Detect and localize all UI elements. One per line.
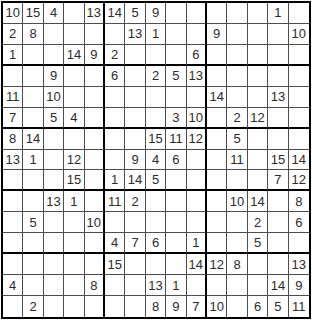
cell-r9c4[interactable]: 15 [64,170,84,191]
cell-r7c14[interactable] [268,129,288,150]
cell-r14c7[interactable] [125,275,145,296]
cell-r9c12[interactable] [227,170,247,191]
cell-r3c11[interactable] [207,45,227,66]
cell-r5c9[interactable] [166,87,186,108]
cell-r13c13[interactable] [248,254,268,275]
cell-r8c6[interactable] [105,150,125,171]
cell-r10c11[interactable] [207,191,227,212]
cell-r10c10[interactable] [187,191,207,212]
cell-r5c1[interactable]: 11 [3,87,23,108]
cell-r4c6[interactable]: 6 [105,66,125,87]
cell-r10c4[interactable]: 1 [64,191,84,212]
cell-r9c14[interactable]: 7 [268,170,288,191]
cell-r12c6[interactable]: 4 [105,233,125,254]
cell-r10c15[interactable]: 8 [289,191,309,212]
cell-r9c2[interactable] [23,170,43,191]
cell-r4c9[interactable]: 5 [166,66,186,87]
cell-r6c11[interactable] [207,108,227,129]
cell-r12c4[interactable] [64,233,84,254]
cell-r10c12[interactable]: 10 [227,191,247,212]
cell-r11c12[interactable] [227,212,247,233]
cell-r10c5[interactable] [85,191,105,212]
cell-r8c7[interactable]: 9 [125,150,145,171]
cell-r14c3[interactable] [44,275,64,296]
cell-r13c2[interactable] [23,254,43,275]
cell-r3c15[interactable] [289,45,309,66]
cell-r15c6[interactable] [105,296,125,317]
cell-r10c2[interactable] [23,191,43,212]
cell-r14c12[interactable] [227,275,247,296]
cell-r6c3[interactable]: 5 [44,108,64,129]
cell-r5c8[interactable] [146,87,166,108]
cell-r8c11[interactable] [207,150,227,171]
cell-r15c9[interactable]: 9 [166,296,186,317]
cell-r14c8[interactable]: 13 [146,275,166,296]
cell-r13c6[interactable]: 15 [105,254,125,275]
cell-r1c13[interactable] [248,3,268,24]
cell-r2c9[interactable] [166,24,186,45]
cell-r6c1[interactable]: 7 [3,108,23,129]
cell-r2c8[interactable]: 1 [146,24,166,45]
cell-r8c4[interactable]: 12 [64,150,84,171]
cell-r10c13[interactable]: 14 [248,191,268,212]
cell-r2c2[interactable]: 8 [23,24,43,45]
cell-r6c12[interactable]: 2 [227,108,247,129]
cell-r9c11[interactable] [207,170,227,191]
cell-r2c14[interactable] [268,24,288,45]
cell-r1c3[interactable]: 4 [44,3,64,24]
cell-r12c9[interactable] [166,233,186,254]
cell-r6c8[interactable] [146,108,166,129]
cell-r14c13[interactable] [248,275,268,296]
cell-r7c5[interactable] [85,129,105,150]
cell-r7c8[interactable]: 15 [146,129,166,150]
cell-r2c7[interactable]: 13 [125,24,145,45]
cell-r11c1[interactable] [3,212,23,233]
cell-r1c14[interactable]: 1 [268,3,288,24]
cell-r7c10[interactable]: 12 [187,129,207,150]
cell-r2c3[interactable] [44,24,64,45]
cell-r8c5[interactable] [85,150,105,171]
cell-r5c13[interactable] [248,87,268,108]
cell-r15c5[interactable] [85,296,105,317]
cell-r13c8[interactable] [146,254,166,275]
cell-r9c6[interactable]: 1 [105,170,125,191]
cell-r3c14[interactable] [268,45,288,66]
cell-r4c1[interactable] [3,66,23,87]
cell-r2c15[interactable]: 10 [289,24,309,45]
cell-r6c10[interactable]: 10 [187,108,207,129]
cell-r11c10[interactable] [187,212,207,233]
cell-r5c2[interactable] [23,87,43,108]
cell-r4c12[interactable] [227,66,247,87]
cell-r12c14[interactable] [268,233,288,254]
cell-r7c15[interactable] [289,129,309,150]
cell-r9c15[interactable]: 12 [289,170,309,191]
cell-r8c8[interactable]: 4 [146,150,166,171]
cell-r5c4[interactable] [64,87,84,108]
cell-r6c2[interactable] [23,108,43,129]
cell-r5c3[interactable]: 10 [44,87,64,108]
cell-r6c9[interactable]: 3 [166,108,186,129]
cell-r11c11[interactable] [207,212,227,233]
cell-r11c14[interactable] [268,212,288,233]
cell-r5c6[interactable] [105,87,125,108]
cell-r11c13[interactable]: 2 [248,212,268,233]
cell-r4c10[interactable]: 13 [187,66,207,87]
sudoku-board: 1015413145912813191011492696251311101413… [1,1,311,319]
cell-r11c7[interactable] [125,212,145,233]
cell-r12c13[interactable]: 5 [248,233,268,254]
cell-r14c15[interactable]: 9 [289,275,309,296]
cell-r12c12[interactable] [227,233,247,254]
cell-r15c12[interactable] [227,296,247,317]
cell-r3c6[interactable]: 2 [105,45,125,66]
cell-r4c3[interactable]: 9 [44,66,64,87]
cell-r6c6[interactable] [105,108,125,129]
cell-r15c4[interactable] [64,296,84,317]
cell-r5c7[interactable] [125,87,145,108]
cell-r5c14[interactable]: 13 [268,87,288,108]
cell-r15c1[interactable] [3,296,23,317]
cell-r12c2[interactable] [23,233,43,254]
cell-r1c10[interactable] [187,3,207,24]
cell-r11c5[interactable]: 10 [85,212,105,233]
cell-r8c13[interactable] [248,150,268,171]
cell-r1c1[interactable]: 10 [3,3,23,24]
cell-r4c13[interactable] [248,66,268,87]
cell-r2c1[interactable]: 2 [3,24,23,45]
cell-r9c10[interactable] [187,170,207,191]
cell-r14c5[interactable]: 8 [85,275,105,296]
cell-r2c6[interactable] [105,24,125,45]
cell-r1c7[interactable]: 5 [125,3,145,24]
cell-r4c5[interactable] [85,66,105,87]
cell-r4c2[interactable] [23,66,43,87]
cell-r6c13[interactable]: 12 [248,108,268,129]
cell-r2c10[interactable] [187,24,207,45]
cell-r1c5[interactable]: 13 [85,3,105,24]
cell-r8c12[interactable]: 11 [227,150,247,171]
cell-r3c5[interactable]: 9 [85,45,105,66]
cell-r12c11[interactable] [207,233,227,254]
cell-r3c9[interactable] [166,45,186,66]
cell-r15c15[interactable]: 11 [289,296,309,317]
cell-r7c2[interactable]: 14 [23,129,43,150]
cell-r11c8[interactable] [146,212,166,233]
cell-r11c6[interactable] [105,212,125,233]
sudoku-page: 1015413145912813191011492696251311101413… [0,0,312,320]
cell-r10c7[interactable]: 2 [125,191,145,212]
cell-r9c1[interactable] [3,170,23,191]
cell-r6c15[interactable] [289,108,309,129]
cell-r7c13[interactable] [248,129,268,150]
cell-r9c7[interactable]: 14 [125,170,145,191]
cell-r6c7[interactable] [125,108,145,129]
cell-r13c7[interactable] [125,254,145,275]
cell-r4c14[interactable] [268,66,288,87]
cell-r2c11[interactable]: 9 [207,24,227,45]
cell-r13c15[interactable]: 13 [289,254,309,275]
cell-r9c9[interactable] [166,170,186,191]
cell-r11c3[interactable] [44,212,64,233]
cell-r4c8[interactable]: 2 [146,66,166,87]
cell-r7c1[interactable]: 8 [3,129,23,150]
cell-r4c4[interactable] [64,66,84,87]
cell-r11c15[interactable]: 6 [289,212,309,233]
cell-r5c15[interactable] [289,87,309,108]
cell-r13c1[interactable] [3,254,23,275]
cell-r3c1[interactable]: 1 [3,45,23,66]
cell-r11c9[interactable] [166,212,186,233]
cell-r11c4[interactable] [64,212,84,233]
cell-r14c1[interactable]: 4 [3,275,23,296]
cell-r7c11[interactable] [207,129,227,150]
cell-r12c7[interactable]: 7 [125,233,145,254]
cell-r1c15[interactable] [289,3,309,24]
cell-r15c13[interactable]: 6 [248,296,268,317]
cell-r7c9[interactable]: 11 [166,129,186,150]
cell-r1c6[interactable]: 14 [105,3,125,24]
cell-r6c5[interactable] [85,108,105,129]
cell-r7c4[interactable] [64,129,84,150]
cell-r13c5[interactable] [85,254,105,275]
cell-r2c13[interactable] [248,24,268,45]
cell-r3c13[interactable] [248,45,268,66]
cell-r5c10[interactable] [187,87,207,108]
cell-r8c3[interactable] [44,150,64,171]
cell-r13c11[interactable]: 12 [207,254,227,275]
cell-r14c6[interactable] [105,275,125,296]
cell-r13c3[interactable] [44,254,64,275]
cell-r11c2[interactable]: 5 [23,212,43,233]
cell-r6c14[interactable] [268,108,288,129]
cell-r12c5[interactable] [85,233,105,254]
cell-r13c4[interactable] [64,254,84,275]
cell-r15c8[interactable]: 8 [146,296,166,317]
cell-r14c10[interactable] [187,275,207,296]
cell-r3c12[interactable] [227,45,247,66]
cell-r10c9[interactable] [166,191,186,212]
cell-r4c7[interactable] [125,66,145,87]
cell-r7c6[interactable] [105,129,125,150]
cell-r3c2[interactable] [23,45,43,66]
cell-r9c8[interactable]: 5 [146,170,166,191]
cell-r8c9[interactable]: 6 [166,150,186,171]
cell-r3c7[interactable] [125,45,145,66]
cell-r10c6[interactable]: 11 [105,191,125,212]
cell-r8c15[interactable]: 14 [289,150,309,171]
cell-r14c14[interactable]: 14 [268,275,288,296]
cell-r13c14[interactable] [268,254,288,275]
cell-r3c4[interactable]: 14 [64,45,84,66]
cell-r15c11[interactable]: 10 [207,296,227,317]
cell-r1c8[interactable]: 9 [146,3,166,24]
cell-r4c11[interactable] [207,66,227,87]
cell-r12c3[interactable] [44,233,64,254]
cell-r15c10[interactable]: 7 [187,296,207,317]
cell-r15c3[interactable] [44,296,64,317]
cell-r14c11[interactable] [207,275,227,296]
cell-r7c12[interactable]: 5 [227,129,247,150]
cell-r12c15[interactable] [289,233,309,254]
cell-r15c14[interactable]: 5 [268,296,288,317]
cell-r2c5[interactable] [85,24,105,45]
cell-r5c11[interactable]: 14 [207,87,227,108]
cell-r14c4[interactable] [64,275,84,296]
cell-r9c13[interactable] [248,170,268,191]
cell-r14c9[interactable]: 1 [166,275,186,296]
cell-r8c10[interactable] [187,150,207,171]
cell-r3c8[interactable] [146,45,166,66]
cell-r2c4[interactable] [64,24,84,45]
cell-r8c14[interactable]: 15 [268,150,288,171]
cell-r12c8[interactable]: 6 [146,233,166,254]
cell-r3c3[interactable] [44,45,64,66]
cell-r13c10[interactable]: 14 [187,254,207,275]
cell-r7c3[interactable] [44,129,64,150]
cell-r4c15[interactable] [289,66,309,87]
cell-r3c10[interactable]: 6 [187,45,207,66]
cell-r10c14[interactable] [268,191,288,212]
cell-r5c12[interactable] [227,87,247,108]
cell-r7c7[interactable] [125,129,145,150]
cell-r1c4[interactable] [64,3,84,24]
cell-r10c1[interactable] [3,191,23,212]
cell-r8c1[interactable]: 13 [3,150,23,171]
cell-r13c12[interactable]: 8 [227,254,247,275]
cell-r1c12[interactable] [227,3,247,24]
cell-r15c2[interactable]: 2 [23,296,43,317]
cell-r12c10[interactable]: 1 [187,233,207,254]
cell-r9c5[interactable] [85,170,105,191]
cell-r13c9[interactable] [166,254,186,275]
cell-r8c2[interactable]: 1 [23,150,43,171]
cell-r1c11[interactable] [207,3,227,24]
cell-r2c12[interactable] [227,24,247,45]
cell-r15c7[interactable] [125,296,145,317]
cell-r10c3[interactable]: 13 [44,191,64,212]
cell-r12c1[interactable] [3,233,23,254]
cell-r9c3[interactable] [44,170,64,191]
cell-r1c9[interactable] [166,3,186,24]
cell-r10c8[interactable] [146,191,166,212]
cell-r14c2[interactable] [23,275,43,296]
cell-r6c4[interactable]: 4 [64,108,84,129]
cell-r5c5[interactable] [85,87,105,108]
cell-r1c2[interactable]: 15 [23,3,43,24]
